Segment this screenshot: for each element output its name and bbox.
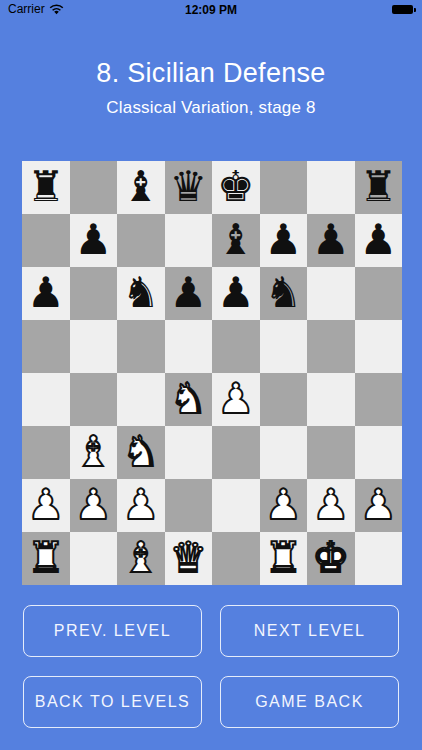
piece-white-bishop: ♝ (74, 431, 112, 473)
square-g6[interactable] (307, 267, 355, 320)
piece-white-bishop: ♝ (122, 537, 160, 579)
square-c4[interactable] (117, 373, 165, 426)
square-f1[interactable]: ♜ (260, 532, 308, 585)
square-c2[interactable]: ♟ (117, 479, 165, 532)
square-e7[interactable]: ♝ (212, 214, 260, 267)
square-f7[interactable]: ♟ (260, 214, 308, 267)
square-g4[interactable] (307, 373, 355, 426)
chess-board: ♜♝♛♚♜♟♝♟♟♟♟♞♟♟♞♞♟♝♞♟♟♟♟♟♟♜♝♛♜♚ (22, 161, 402, 585)
square-f4[interactable] (260, 373, 308, 426)
square-e2[interactable] (212, 479, 260, 532)
game-back-button[interactable]: GAME BACK (220, 676, 399, 728)
piece-black-pawn: ♟ (169, 272, 207, 314)
square-c3[interactable]: ♞ (117, 426, 165, 479)
square-d2[interactable] (165, 479, 213, 532)
piece-white-king: ♚ (312, 537, 350, 579)
piece-white-rook: ♜ (27, 537, 65, 579)
square-a7[interactable] (22, 214, 70, 267)
square-h1[interactable] (355, 532, 403, 585)
back-to-levels-button[interactable]: BACK TO LEVELS (23, 676, 202, 728)
piece-white-pawn: ♟ (122, 484, 160, 526)
page-subtitle: Classical Variation, stage 8 (0, 98, 422, 118)
square-d6[interactable]: ♟ (165, 267, 213, 320)
piece-black-king: ♚ (217, 166, 255, 208)
square-b5[interactable] (70, 320, 118, 373)
piece-white-pawn: ♟ (217, 378, 255, 420)
square-d1[interactable]: ♛ (165, 532, 213, 585)
piece-white-queen: ♛ (169, 537, 207, 579)
square-e8[interactable]: ♚ (212, 161, 260, 214)
battery-icon (392, 5, 416, 14)
next-level-button[interactable]: NEXT LEVEL (220, 605, 399, 657)
square-b7[interactable]: ♟ (70, 214, 118, 267)
square-a2[interactable]: ♟ (22, 479, 70, 532)
square-e6[interactable]: ♟ (212, 267, 260, 320)
square-g5[interactable] (307, 320, 355, 373)
piece-black-pawn: ♟ (264, 219, 302, 261)
square-c7[interactable] (117, 214, 165, 267)
piece-black-bishop: ♝ (217, 219, 255, 261)
piece-black-pawn: ♟ (27, 272, 65, 314)
piece-white-pawn: ♟ (264, 484, 302, 526)
square-g7[interactable]: ♟ (307, 214, 355, 267)
piece-black-rook: ♜ (359, 166, 397, 208)
piece-white-knight: ♞ (122, 431, 160, 473)
square-f3[interactable] (260, 426, 308, 479)
piece-black-pawn: ♟ (312, 219, 350, 261)
piece-white-rook: ♜ (264, 537, 302, 579)
square-g2[interactable]: ♟ (307, 479, 355, 532)
piece-white-knight: ♞ (169, 378, 207, 420)
square-e3[interactable] (212, 426, 260, 479)
square-a4[interactable] (22, 373, 70, 426)
piece-black-knight: ♞ (264, 272, 302, 314)
square-h4[interactable] (355, 373, 403, 426)
level-controls: PREV. LEVEL NEXT LEVEL BACK TO LEVELS GA… (23, 605, 399, 728)
status-time: 12:09 PM (0, 3, 422, 17)
square-d7[interactable] (165, 214, 213, 267)
square-f2[interactable]: ♟ (260, 479, 308, 532)
square-d5[interactable] (165, 320, 213, 373)
square-c6[interactable]: ♞ (117, 267, 165, 320)
square-a6[interactable]: ♟ (22, 267, 70, 320)
prev-level-button[interactable]: PREV. LEVEL (23, 605, 202, 657)
square-h7[interactable]: ♟ (355, 214, 403, 267)
piece-white-pawn: ♟ (359, 484, 397, 526)
piece-white-pawn: ♟ (74, 484, 112, 526)
page-title: 8. Sicilian Defense (0, 58, 422, 89)
square-c5[interactable] (117, 320, 165, 373)
square-f6[interactable]: ♞ (260, 267, 308, 320)
piece-black-pawn: ♟ (74, 219, 112, 261)
piece-black-knight: ♞ (122, 272, 160, 314)
square-h3[interactable] (355, 426, 403, 479)
square-g1[interactable]: ♚ (307, 532, 355, 585)
square-c1[interactable]: ♝ (117, 532, 165, 585)
piece-black-bishop: ♝ (122, 166, 160, 208)
square-d3[interactable] (165, 426, 213, 479)
square-e1[interactable] (212, 532, 260, 585)
piece-white-pawn: ♟ (27, 484, 65, 526)
square-a3[interactable] (22, 426, 70, 479)
square-a1[interactable]: ♜ (22, 532, 70, 585)
piece-black-rook: ♜ (27, 166, 65, 208)
piece-white-pawn: ♟ (312, 484, 350, 526)
square-g8[interactable] (307, 161, 355, 214)
piece-black-pawn: ♟ (217, 272, 255, 314)
square-b1[interactable] (70, 532, 118, 585)
square-b6[interactable] (70, 267, 118, 320)
square-f8[interactable] (260, 161, 308, 214)
square-f5[interactable] (260, 320, 308, 373)
square-g3[interactable] (307, 426, 355, 479)
square-e4[interactable]: ♟ (212, 373, 260, 426)
piece-black-queen: ♛ (169, 166, 207, 208)
square-b3[interactable]: ♝ (70, 426, 118, 479)
square-h6[interactable] (355, 267, 403, 320)
square-d8[interactable]: ♛ (165, 161, 213, 214)
square-b2[interactable]: ♟ (70, 479, 118, 532)
status-bar: Carrier 12:09 PM (0, 0, 422, 20)
square-a5[interactable] (22, 320, 70, 373)
square-h5[interactable] (355, 320, 403, 373)
square-h2[interactable]: ♟ (355, 479, 403, 532)
square-d4[interactable]: ♞ (165, 373, 213, 426)
square-h8[interactable]: ♜ (355, 161, 403, 214)
square-e5[interactable] (212, 320, 260, 373)
square-a8[interactable]: ♜ (22, 161, 70, 214)
square-b8[interactable] (70, 161, 118, 214)
piece-black-pawn: ♟ (359, 219, 397, 261)
square-c8[interactable]: ♝ (117, 161, 165, 214)
square-b4[interactable] (70, 373, 118, 426)
